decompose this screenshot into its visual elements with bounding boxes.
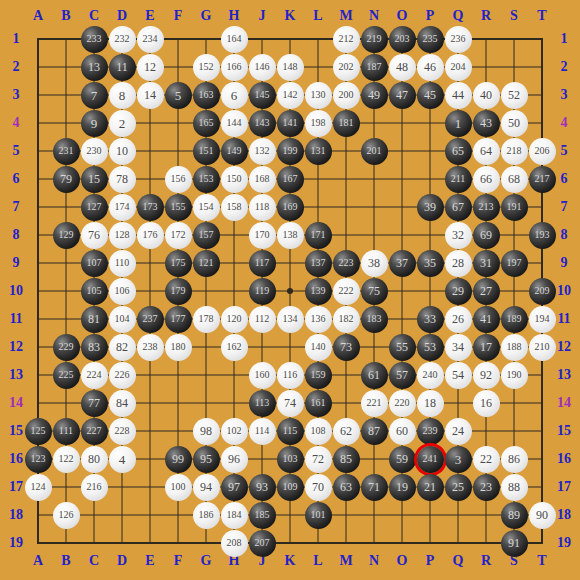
stone-H15[interactable]: 102 bbox=[221, 418, 248, 445]
stone-F3[interactable]: 5 bbox=[165, 82, 192, 109]
stone-C13[interactable]: 224 bbox=[81, 362, 108, 389]
stone-G2[interactable]: 152 bbox=[193, 54, 220, 81]
stone-P12[interactable]: 53 bbox=[417, 334, 444, 361]
stone-L14[interactable]: 161 bbox=[305, 390, 332, 417]
stone-R6[interactable]: 66 bbox=[473, 166, 500, 193]
stone-O14[interactable]: 220 bbox=[389, 390, 416, 417]
stone-R13[interactable]: 92 bbox=[473, 362, 500, 389]
move-number: 165 bbox=[199, 118, 214, 128]
stone-S12[interactable]: 188 bbox=[501, 334, 528, 361]
stone-O9[interactable]: 37 bbox=[389, 250, 416, 277]
stone-L11[interactable]: 136 bbox=[305, 306, 332, 333]
stone-E11[interactable]: 237 bbox=[137, 306, 164, 333]
stone-F12[interactable]: 180 bbox=[165, 334, 192, 361]
stone-Q7[interactable]: 67 bbox=[445, 194, 472, 221]
stone-D9[interactable]: 110 bbox=[109, 250, 136, 277]
stone-E8[interactable]: 176 bbox=[137, 222, 164, 249]
row-label-left-16: 16 bbox=[9, 451, 23, 467]
stone-A15[interactable]: 125 bbox=[25, 418, 52, 445]
stone-F8[interactable]: 172 bbox=[165, 222, 192, 249]
stone-O17[interactable]: 19 bbox=[389, 474, 416, 501]
move-number: 18 bbox=[424, 397, 436, 409]
stone-O15[interactable]: 60 bbox=[389, 418, 416, 445]
move-number: 111 bbox=[59, 426, 73, 436]
stone-C8[interactable]: 76 bbox=[81, 222, 108, 249]
stone-D15[interactable]: 228 bbox=[109, 418, 136, 445]
stone-S4[interactable]: 50 bbox=[501, 110, 528, 137]
stone-S5[interactable]: 218 bbox=[501, 138, 528, 165]
stone-L13[interactable]: 159 bbox=[305, 362, 332, 389]
stone-C2[interactable]: 13 bbox=[81, 54, 108, 81]
stone-D7[interactable]: 174 bbox=[109, 194, 136, 221]
stone-M10[interactable]: 222 bbox=[333, 278, 360, 305]
move-number: 76 bbox=[88, 229, 100, 241]
move-number: 92 bbox=[480, 369, 492, 381]
move-number: 211 bbox=[451, 174, 466, 184]
row-label-right-13: 13 bbox=[557, 367, 571, 383]
stone-N14[interactable]: 221 bbox=[361, 390, 388, 417]
stone-N13[interactable]: 61 bbox=[361, 362, 388, 389]
stone-O13[interactable]: 57 bbox=[389, 362, 416, 389]
move-number: 201 bbox=[367, 146, 382, 156]
stone-M16[interactable]: 85 bbox=[333, 446, 360, 473]
stone-G15[interactable]: 98 bbox=[193, 418, 220, 445]
stone-J18[interactable]: 185 bbox=[249, 502, 276, 529]
stone-B5[interactable]: 231 bbox=[53, 138, 80, 165]
stone-Q3[interactable]: 44 bbox=[445, 82, 472, 109]
stone-P9[interactable]: 35 bbox=[417, 250, 444, 277]
stone-S19[interactable]: 91 bbox=[501, 530, 528, 557]
stone-J17[interactable]: 93 bbox=[249, 474, 276, 501]
stone-K3[interactable]: 142 bbox=[277, 82, 304, 109]
stone-J6[interactable]: 168 bbox=[249, 166, 276, 193]
stone-R8[interactable]: 69 bbox=[473, 222, 500, 249]
stone-G17[interactable]: 94 bbox=[193, 474, 220, 501]
stone-B12[interactable]: 229 bbox=[53, 334, 80, 361]
move-number: 238 bbox=[143, 342, 158, 352]
move-number: 62 bbox=[340, 425, 352, 437]
stone-H1[interactable]: 164 bbox=[221, 26, 248, 53]
stone-R14[interactable]: 16 bbox=[473, 390, 500, 417]
stone-R12[interactable]: 17 bbox=[473, 334, 500, 361]
stone-D4[interactable]: 2 bbox=[109, 110, 136, 137]
stone-K15[interactable]: 115 bbox=[277, 418, 304, 445]
stone-L16[interactable]: 72 bbox=[305, 446, 332, 473]
stone-E3[interactable]: 14 bbox=[137, 82, 164, 109]
stone-S7[interactable]: 191 bbox=[501, 194, 528, 221]
stone-M11[interactable]: 182 bbox=[333, 306, 360, 333]
stone-N11[interactable]: 183 bbox=[361, 306, 388, 333]
stone-P13[interactable]: 240 bbox=[417, 362, 444, 389]
stone-J14[interactable]: 113 bbox=[249, 390, 276, 417]
stone-N3[interactable]: 49 bbox=[361, 82, 388, 109]
stone-Q5[interactable]: 65 bbox=[445, 138, 472, 165]
stone-T5[interactable]: 206 bbox=[529, 138, 556, 165]
move-number: 134 bbox=[283, 314, 298, 324]
stone-K7[interactable]: 169 bbox=[277, 194, 304, 221]
stone-S17[interactable]: 88 bbox=[501, 474, 528, 501]
col-label-top-H: H bbox=[229, 8, 240, 24]
stone-B8[interactable]: 129 bbox=[53, 222, 80, 249]
stone-C9[interactable]: 107 bbox=[81, 250, 108, 277]
stone-B13[interactable]: 225 bbox=[53, 362, 80, 389]
stone-D6[interactable]: 78 bbox=[109, 166, 136, 193]
stone-Q17[interactable]: 25 bbox=[445, 474, 472, 501]
stone-J11[interactable]: 112 bbox=[249, 306, 276, 333]
stone-D10[interactable]: 106 bbox=[109, 278, 136, 305]
move-number: 68 bbox=[508, 173, 520, 185]
stone-C15[interactable]: 227 bbox=[81, 418, 108, 445]
stone-P7[interactable]: 39 bbox=[417, 194, 444, 221]
stone-Q13[interactable]: 54 bbox=[445, 362, 472, 389]
stone-R5[interactable]: 64 bbox=[473, 138, 500, 165]
stone-N10[interactable]: 75 bbox=[361, 278, 388, 305]
move-number: 118 bbox=[255, 202, 270, 212]
stone-P2[interactable]: 46 bbox=[417, 54, 444, 81]
move-number: 186 bbox=[199, 510, 214, 520]
stone-F6[interactable]: 156 bbox=[165, 166, 192, 193]
stone-F9[interactable]: 175 bbox=[165, 250, 192, 277]
move-number: 9 bbox=[91, 117, 98, 130]
move-number: 87 bbox=[368, 425, 380, 437]
move-number: 226 bbox=[115, 370, 130, 380]
stone-P3[interactable]: 45 bbox=[417, 82, 444, 109]
stone-H12[interactable]: 162 bbox=[221, 334, 248, 361]
stone-P11[interactable]: 33 bbox=[417, 306, 444, 333]
stone-H6[interactable]: 150 bbox=[221, 166, 248, 193]
stone-T18[interactable]: 90 bbox=[529, 502, 556, 529]
move-number: 183 bbox=[367, 314, 382, 324]
stone-M4[interactable]: 181 bbox=[333, 110, 360, 137]
stone-H5[interactable]: 149 bbox=[221, 138, 248, 165]
stone-G6[interactable]: 153 bbox=[193, 166, 220, 193]
stone-J9[interactable]: 117 bbox=[249, 250, 276, 277]
stone-T10[interactable]: 209 bbox=[529, 278, 556, 305]
stone-H7[interactable]: 158 bbox=[221, 194, 248, 221]
row-label-left-19: 19 bbox=[9, 535, 23, 551]
move-number: 143 bbox=[255, 118, 270, 128]
move-number: 148 bbox=[283, 62, 298, 72]
stone-G5[interactable]: 151 bbox=[193, 138, 220, 165]
col-label-top-D: D bbox=[117, 8, 127, 24]
stone-L10[interactable]: 139 bbox=[305, 278, 332, 305]
stone-P1[interactable]: 235 bbox=[417, 26, 444, 53]
stone-K5[interactable]: 199 bbox=[277, 138, 304, 165]
stone-R16[interactable]: 22 bbox=[473, 446, 500, 473]
stone-M17[interactable]: 63 bbox=[333, 474, 360, 501]
stone-N5[interactable]: 201 bbox=[361, 138, 388, 165]
move-number: 74 bbox=[284, 397, 296, 409]
stone-G16[interactable]: 95 bbox=[193, 446, 220, 473]
move-number: 93 bbox=[256, 481, 268, 493]
col-label-bottom-T: T bbox=[537, 553, 546, 569]
row-label-left-15: 15 bbox=[9, 423, 23, 439]
move-number: 216 bbox=[87, 482, 102, 492]
move-number: 218 bbox=[507, 146, 522, 156]
move-number: 156 bbox=[171, 174, 186, 184]
stone-L3[interactable]: 130 bbox=[305, 82, 332, 109]
row-label-right-4: 4 bbox=[561, 115, 568, 131]
stone-D14[interactable]: 84 bbox=[109, 390, 136, 417]
stone-Q15[interactable]: 24 bbox=[445, 418, 472, 445]
stone-T8[interactable]: 193 bbox=[529, 222, 556, 249]
stone-S13[interactable]: 190 bbox=[501, 362, 528, 389]
stone-Q12[interactable]: 34 bbox=[445, 334, 472, 361]
stone-H16[interactable]: 96 bbox=[221, 446, 248, 473]
stone-L9[interactable]: 137 bbox=[305, 250, 332, 277]
stone-D2[interactable]: 11 bbox=[109, 54, 136, 81]
stone-C7[interactable]: 127 bbox=[81, 194, 108, 221]
stone-Q11[interactable]: 26 bbox=[445, 306, 472, 333]
move-number: 177 bbox=[171, 314, 186, 324]
stone-S16[interactable]: 86 bbox=[501, 446, 528, 473]
stone-K6[interactable]: 167 bbox=[277, 166, 304, 193]
stone-S6[interactable]: 68 bbox=[501, 166, 528, 193]
stone-M9[interactable]: 223 bbox=[333, 250, 360, 277]
stone-G7[interactable]: 154 bbox=[193, 194, 220, 221]
stone-J4[interactable]: 143 bbox=[249, 110, 276, 137]
stone-F7[interactable]: 155 bbox=[165, 194, 192, 221]
stone-R17[interactable]: 23 bbox=[473, 474, 500, 501]
col-label-bottom-D: D bbox=[117, 553, 127, 569]
stone-H4[interactable]: 144 bbox=[221, 110, 248, 137]
stone-J5[interactable]: 132 bbox=[249, 138, 276, 165]
stone-D8[interactable]: 128 bbox=[109, 222, 136, 249]
stone-N2[interactable]: 187 bbox=[361, 54, 388, 81]
stone-M1[interactable]: 212 bbox=[333, 26, 360, 53]
stone-Q2[interactable]: 204 bbox=[445, 54, 472, 81]
move-number: 232 bbox=[115, 34, 130, 44]
move-number: 105 bbox=[87, 286, 102, 296]
stone-E12[interactable]: 238 bbox=[137, 334, 164, 361]
stone-B16[interactable]: 122 bbox=[53, 446, 80, 473]
stone-G9[interactable]: 121 bbox=[193, 250, 220, 277]
stone-E2[interactable]: 12 bbox=[137, 54, 164, 81]
stone-P14[interactable]: 18 bbox=[417, 390, 444, 417]
stone-F10[interactable]: 179 bbox=[165, 278, 192, 305]
stone-A17[interactable]: 124 bbox=[25, 474, 52, 501]
stone-R11[interactable]: 41 bbox=[473, 306, 500, 333]
move-number: 206 bbox=[535, 146, 550, 156]
stone-M12[interactable]: 73 bbox=[333, 334, 360, 361]
move-number: 194 bbox=[535, 314, 550, 324]
stone-O3[interactable]: 47 bbox=[389, 82, 416, 109]
stone-D12[interactable]: 82 bbox=[109, 334, 136, 361]
stone-Q16[interactable]: 3 bbox=[445, 446, 472, 473]
stone-F16[interactable]: 99 bbox=[165, 446, 192, 473]
col-label-bottom-N: N bbox=[369, 553, 379, 569]
stone-K14[interactable]: 74 bbox=[277, 390, 304, 417]
stone-K8[interactable]: 138 bbox=[277, 222, 304, 249]
stone-Q6[interactable]: 211 bbox=[445, 166, 472, 193]
stone-D11[interactable]: 104 bbox=[109, 306, 136, 333]
stone-D16[interactable]: 4 bbox=[109, 446, 136, 473]
stone-B15[interactable]: 111 bbox=[53, 418, 80, 445]
stone-O16[interactable]: 59 bbox=[389, 446, 416, 473]
move-number: 142 bbox=[283, 90, 298, 100]
stone-H11[interactable]: 120 bbox=[221, 306, 248, 333]
move-number: 126 bbox=[59, 510, 74, 520]
col-label-bottom-P: P bbox=[426, 553, 435, 569]
stone-J13[interactable]: 160 bbox=[249, 362, 276, 389]
stone-H3[interactable]: 6 bbox=[221, 82, 248, 109]
stone-S18[interactable]: 89 bbox=[501, 502, 528, 529]
stone-D1[interactable]: 232 bbox=[109, 26, 136, 53]
stone-T12[interactable]: 210 bbox=[529, 334, 556, 361]
stone-K13[interactable]: 116 bbox=[277, 362, 304, 389]
stone-G18[interactable]: 186 bbox=[193, 502, 220, 529]
stone-N1[interactable]: 219 bbox=[361, 26, 388, 53]
stone-C5[interactable]: 230 bbox=[81, 138, 108, 165]
col-label-bottom-F: F bbox=[174, 553, 183, 569]
stone-L4[interactable]: 198 bbox=[305, 110, 332, 137]
stone-C3[interactable]: 7 bbox=[81, 82, 108, 109]
stone-J8[interactable]: 170 bbox=[249, 222, 276, 249]
stone-E1[interactable]: 234 bbox=[137, 26, 164, 53]
stone-R9[interactable]: 31 bbox=[473, 250, 500, 277]
stone-K4[interactable]: 141 bbox=[277, 110, 304, 137]
stone-J15[interactable]: 114 bbox=[249, 418, 276, 445]
stone-L5[interactable]: 131 bbox=[305, 138, 332, 165]
stone-B18[interactable]: 126 bbox=[53, 502, 80, 529]
stone-O1[interactable]: 203 bbox=[389, 26, 416, 53]
move-number: 217 bbox=[535, 174, 550, 184]
stone-L18[interactable]: 101 bbox=[305, 502, 332, 529]
stone-J7[interactable]: 118 bbox=[249, 194, 276, 221]
row-label-right-5: 5 bbox=[561, 143, 568, 159]
stone-O2[interactable]: 48 bbox=[389, 54, 416, 81]
stone-C10[interactable]: 105 bbox=[81, 278, 108, 305]
stone-N9[interactable]: 38 bbox=[361, 250, 388, 277]
stone-D13[interactable]: 226 bbox=[109, 362, 136, 389]
stone-G3[interactable]: 163 bbox=[193, 82, 220, 109]
move-number: 10 bbox=[116, 145, 128, 157]
stone-S11[interactable]: 189 bbox=[501, 306, 528, 333]
move-number: 3 bbox=[455, 453, 462, 466]
stone-J3[interactable]: 145 bbox=[249, 82, 276, 109]
stone-M2[interactable]: 202 bbox=[333, 54, 360, 81]
stone-R10[interactable]: 27 bbox=[473, 278, 500, 305]
stone-K16[interactable]: 103 bbox=[277, 446, 304, 473]
move-number: 137 bbox=[311, 258, 326, 268]
stone-K17[interactable]: 109 bbox=[277, 474, 304, 501]
col-label-bottom-L: L bbox=[313, 553, 322, 569]
stone-P15[interactable]: 239 bbox=[417, 418, 444, 445]
move-number: 81 bbox=[88, 313, 100, 325]
move-number: 28 bbox=[452, 257, 464, 269]
stone-C17[interactable]: 216 bbox=[81, 474, 108, 501]
stone-H2[interactable]: 166 bbox=[221, 54, 248, 81]
move-number: 70 bbox=[312, 481, 324, 493]
move-number: 100 bbox=[171, 482, 186, 492]
stone-K11[interactable]: 134 bbox=[277, 306, 304, 333]
stone-Q8[interactable]: 32 bbox=[445, 222, 472, 249]
move-number: 106 bbox=[115, 286, 130, 296]
stone-A16[interactable]: 123 bbox=[25, 446, 52, 473]
stone-C4[interactable]: 9 bbox=[81, 110, 108, 137]
stone-P16[interactable]: 241 bbox=[417, 446, 444, 473]
row-label-left-7: 7 bbox=[13, 199, 20, 215]
move-number: 182 bbox=[339, 314, 354, 324]
row-label-right-16: 16 bbox=[557, 451, 571, 467]
stone-S9[interactable]: 197 bbox=[501, 250, 528, 277]
stone-C14[interactable]: 77 bbox=[81, 390, 108, 417]
stone-C16[interactable]: 80 bbox=[81, 446, 108, 473]
stone-B6[interactable]: 79 bbox=[53, 166, 80, 193]
stone-Q10[interactable]: 29 bbox=[445, 278, 472, 305]
move-number: 136 bbox=[311, 314, 326, 324]
stone-J10[interactable]: 119 bbox=[249, 278, 276, 305]
stone-R3[interactable]: 40 bbox=[473, 82, 500, 109]
stone-J2[interactable]: 146 bbox=[249, 54, 276, 81]
move-number: 163 bbox=[199, 90, 214, 100]
stone-O12[interactable]: 55 bbox=[389, 334, 416, 361]
move-number: 141 bbox=[283, 118, 298, 128]
move-number: 168 bbox=[255, 174, 270, 184]
stone-P17[interactable]: 21 bbox=[417, 474, 444, 501]
move-number: 6 bbox=[231, 89, 238, 102]
row-label-right-3: 3 bbox=[561, 87, 568, 103]
stone-D5[interactable]: 10 bbox=[109, 138, 136, 165]
stone-T11[interactable]: 194 bbox=[529, 306, 556, 333]
stone-L12[interactable]: 140 bbox=[305, 334, 332, 361]
move-number: 45 bbox=[424, 89, 436, 101]
move-number: 176 bbox=[143, 230, 158, 240]
stone-D3[interactable]: 8 bbox=[109, 82, 136, 109]
stone-N15[interactable]: 87 bbox=[361, 418, 388, 445]
stone-G8[interactable]: 157 bbox=[193, 222, 220, 249]
move-number: 130 bbox=[311, 90, 326, 100]
stone-G11[interactable]: 178 bbox=[193, 306, 220, 333]
stone-C12[interactable]: 83 bbox=[81, 334, 108, 361]
col-label-bottom-M: M bbox=[339, 553, 352, 569]
row-label-right-11: 11 bbox=[557, 311, 570, 327]
stone-M15[interactable]: 62 bbox=[333, 418, 360, 445]
stone-Q4[interactable]: 1 bbox=[445, 110, 472, 137]
stone-J19[interactable]: 207 bbox=[249, 530, 276, 557]
move-number: 110 bbox=[115, 258, 130, 268]
stone-K2[interactable]: 148 bbox=[277, 54, 304, 81]
row-label-right-9: 9 bbox=[561, 255, 568, 271]
move-number: 222 bbox=[339, 286, 354, 296]
stone-L17[interactable]: 70 bbox=[305, 474, 332, 501]
stone-C11[interactable]: 81 bbox=[81, 306, 108, 333]
stone-E7[interactable]: 173 bbox=[137, 194, 164, 221]
stone-H17[interactable]: 97 bbox=[221, 474, 248, 501]
col-label-top-E: E bbox=[145, 8, 154, 24]
move-number: 207 bbox=[255, 538, 270, 548]
stone-M3[interactable]: 200 bbox=[333, 82, 360, 109]
move-number: 67 bbox=[452, 201, 464, 213]
stone-L15[interactable]: 108 bbox=[305, 418, 332, 445]
stone-R7[interactable]: 213 bbox=[473, 194, 500, 221]
stone-F17[interactable]: 100 bbox=[165, 474, 192, 501]
stone-H19[interactable]: 208 bbox=[221, 530, 248, 557]
stone-C1[interactable]: 233 bbox=[81, 26, 108, 53]
stone-S3[interactable]: 52 bbox=[501, 82, 528, 109]
stone-G4[interactable]: 165 bbox=[193, 110, 220, 137]
stone-N17[interactable]: 71 bbox=[361, 474, 388, 501]
move-number: 170 bbox=[255, 230, 270, 240]
stone-Q1[interactable]: 236 bbox=[445, 26, 472, 53]
stone-C6[interactable]: 15 bbox=[81, 166, 108, 193]
stone-H18[interactable]: 184 bbox=[221, 502, 248, 529]
stone-T6[interactable]: 217 bbox=[529, 166, 556, 193]
stone-L8[interactable]: 171 bbox=[305, 222, 332, 249]
stone-Q9[interactable]: 28 bbox=[445, 250, 472, 277]
stone-F11[interactable]: 177 bbox=[165, 306, 192, 333]
stone-R4[interactable]: 43 bbox=[473, 110, 500, 137]
